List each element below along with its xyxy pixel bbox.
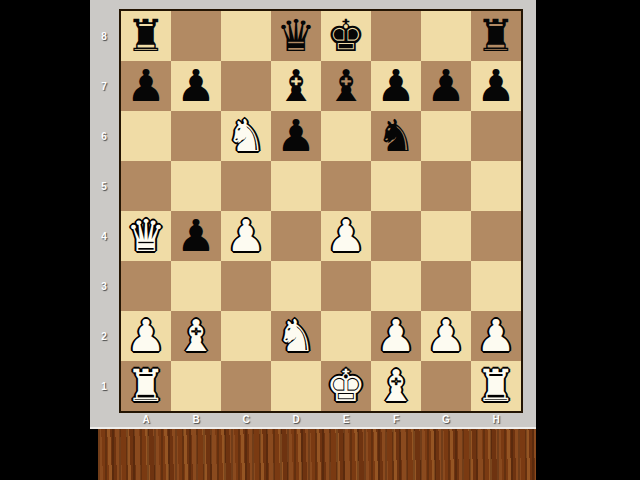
file-label-b: B — [171, 411, 221, 428]
piece-black-bishop: ♝ — [326, 61, 365, 111]
file-label-e: E — [321, 411, 371, 428]
piece-black-pawn: ♟ — [176, 61, 215, 111]
square-f8[interactable] — [371, 11, 421, 61]
square-c7[interactable] — [221, 61, 271, 111]
piece-black-pawn: ♟ — [176, 211, 215, 261]
square-b6[interactable] — [171, 111, 221, 161]
piece-white-pawn: ♟ — [476, 311, 515, 361]
square-b7[interactable]: ♟ — [171, 61, 221, 111]
piece-white-knight: ♞ — [276, 311, 315, 361]
rank-label-3: 3 — [90, 261, 118, 311]
square-g5[interactable] — [421, 161, 471, 211]
square-b1[interactable] — [171, 361, 221, 411]
square-b8[interactable] — [171, 11, 221, 61]
square-g1[interactable] — [421, 361, 471, 411]
wooden-desk-strip: www.grinis.de — [98, 429, 536, 480]
square-h8[interactable]: ♜ — [471, 11, 521, 61]
square-b4[interactable]: ♟ — [171, 211, 221, 261]
square-a2[interactable]: ♟ — [121, 311, 171, 361]
rank-label-5: 5 — [90, 161, 118, 211]
rank-label-2: 2 — [90, 311, 118, 361]
piece-white-rook: ♜ — [126, 361, 165, 411]
square-f1[interactable]: ♝ — [371, 361, 421, 411]
piece-black-pawn: ♟ — [126, 61, 165, 111]
square-h4[interactable] — [471, 211, 521, 261]
square-d1[interactable] — [271, 361, 321, 411]
square-g4[interactable] — [421, 211, 471, 261]
piece-white-pawn: ♟ — [126, 311, 165, 361]
file-label-a: A — [121, 411, 171, 428]
rank-label-4: 4 — [90, 211, 118, 261]
piece-black-bishop: ♝ — [276, 61, 315, 111]
rank-label-1: 1 — [90, 361, 118, 411]
square-g6[interactable] — [421, 111, 471, 161]
square-a7[interactable]: ♟ — [121, 61, 171, 111]
square-e2[interactable] — [321, 311, 371, 361]
piece-white-pawn: ♟ — [426, 311, 465, 361]
piece-white-queen: ♛ — [126, 211, 165, 261]
square-f7[interactable]: ♟ — [371, 61, 421, 111]
square-a8[interactable]: ♜ — [121, 11, 171, 61]
piece-white-bishop: ♝ — [376, 361, 415, 411]
square-h5[interactable] — [471, 161, 521, 211]
piece-black-queen: ♛ — [276, 11, 315, 61]
piece-black-pawn: ♟ — [376, 61, 415, 111]
square-c5[interactable] — [221, 161, 271, 211]
square-f3[interactable] — [371, 261, 421, 311]
square-a5[interactable] — [121, 161, 171, 211]
square-a1[interactable]: ♜ — [121, 361, 171, 411]
square-b3[interactable] — [171, 261, 221, 311]
square-h2[interactable]: ♟ — [471, 311, 521, 361]
square-e8[interactable]: ♚ — [321, 11, 371, 61]
file-label-g: G — [421, 411, 471, 428]
square-c1[interactable] — [221, 361, 271, 411]
piece-white-pawn: ♟ — [226, 211, 265, 261]
square-c3[interactable] — [221, 261, 271, 311]
piece-white-rook: ♜ — [476, 361, 515, 411]
square-h1[interactable]: ♜ — [471, 361, 521, 411]
file-label-d: D — [271, 411, 321, 428]
file-label-h: H — [471, 411, 521, 428]
square-a4[interactable]: ♛ — [121, 211, 171, 261]
square-g3[interactable] — [421, 261, 471, 311]
square-d3[interactable] — [271, 261, 321, 311]
square-d6[interactable]: ♟ — [271, 111, 321, 161]
rank-label-7: 7 — [90, 61, 118, 111]
piece-white-knight: ♞ — [226, 111, 265, 161]
square-c4[interactable]: ♟ — [221, 211, 271, 261]
square-d7[interactable]: ♝ — [271, 61, 321, 111]
square-a3[interactable] — [121, 261, 171, 311]
square-g7[interactable]: ♟ — [421, 61, 471, 111]
square-e4[interactable]: ♟ — [321, 211, 371, 261]
rank-label-8: 8 — [90, 11, 118, 61]
square-f4[interactable] — [371, 211, 421, 261]
video-frame: 87654321 ♜♛♚♜♟♟♝♝♟♟♟♞♟♞♛♟♟♟♟♝♞♟♟♟♜♚♝♜ AB… — [0, 0, 640, 480]
piece-black-pawn: ♟ — [276, 111, 315, 161]
piece-black-pawn: ♟ — [426, 61, 465, 111]
square-b2[interactable]: ♝ — [171, 311, 221, 361]
rank-label-6: 6 — [90, 111, 118, 161]
piece-black-rook: ♜ — [476, 11, 515, 61]
square-d5[interactable] — [271, 161, 321, 211]
square-e3[interactable] — [321, 261, 371, 311]
square-c2[interactable] — [221, 311, 271, 361]
square-a6[interactable] — [121, 111, 171, 161]
square-d2[interactable]: ♞ — [271, 311, 321, 361]
square-f5[interactable] — [371, 161, 421, 211]
square-f2[interactable]: ♟ — [371, 311, 421, 361]
square-h6[interactable] — [471, 111, 521, 161]
square-g8[interactable] — [421, 11, 471, 61]
piece-black-knight: ♞ — [376, 111, 415, 161]
square-g2[interactable]: ♟ — [421, 311, 471, 361]
square-h7[interactable]: ♟ — [471, 61, 521, 111]
piece-black-pawn: ♟ — [476, 61, 515, 111]
chess-board[interactable]: ♜♛♚♜♟♟♝♝♟♟♟♞♟♞♛♟♟♟♟♝♞♟♟♟♜♚♝♜ — [119, 9, 523, 413]
square-h3[interactable] — [471, 261, 521, 311]
square-b5[interactable] — [171, 161, 221, 211]
piece-black-king: ♚ — [326, 11, 365, 61]
square-d4[interactable] — [271, 211, 321, 261]
square-d8[interactable]: ♛ — [271, 11, 321, 61]
piece-black-rook: ♜ — [126, 11, 165, 61]
file-label-f: F — [371, 411, 421, 428]
square-c8[interactable] — [221, 11, 271, 61]
square-e6[interactable] — [321, 111, 371, 161]
square-c6[interactable]: ♞ — [221, 111, 271, 161]
file-labels: ABCDEFGH — [121, 411, 521, 428]
piece-white-king: ♚ — [326, 361, 365, 411]
piece-white-pawn: ♟ — [326, 211, 365, 261]
piece-white-bishop: ♝ — [176, 311, 215, 361]
piece-white-pawn: ♟ — [376, 311, 415, 361]
square-e1[interactable]: ♚ — [321, 361, 371, 411]
file-label-c: C — [221, 411, 271, 428]
square-e7[interactable]: ♝ — [321, 61, 371, 111]
square-e5[interactable] — [321, 161, 371, 211]
square-f6[interactable]: ♞ — [371, 111, 421, 161]
rank-labels: 87654321 — [90, 11, 118, 411]
